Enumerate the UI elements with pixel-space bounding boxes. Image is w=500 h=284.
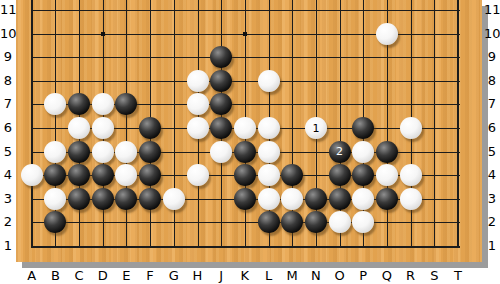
black-stone[interactable] (210, 70, 232, 92)
column-label: J (212, 268, 230, 283)
white-stone[interactable] (400, 188, 422, 210)
black-stone[interactable] (115, 93, 137, 115)
move-number-label: 2 (336, 146, 343, 157)
white-stone[interactable] (352, 188, 374, 210)
white-stone[interactable] (44, 93, 66, 115)
black-stone[interactable] (68, 93, 90, 115)
grid-line-horizontal (32, 81, 460, 82)
column-label: G (165, 268, 183, 283)
black-stone[interactable] (329, 188, 351, 210)
row-label-left: 9 (0, 49, 16, 65)
row-label-right: 8 (484, 73, 500, 89)
white-stone[interactable] (163, 188, 185, 210)
white-stone[interactable] (115, 141, 137, 163)
row-label-right: 3 (484, 191, 500, 207)
black-stone[interactable] (352, 117, 374, 139)
black-stone[interactable] (68, 188, 90, 210)
column-label: F (141, 268, 159, 283)
white-stone[interactable] (187, 93, 209, 115)
white-stone[interactable] (258, 117, 280, 139)
white-stone[interactable] (92, 141, 114, 163)
white-stone[interactable] (258, 188, 280, 210)
grid-line-vertical (174, 0, 175, 248)
grid-line-vertical (31, 0, 33, 248)
grid-line-horizontal (32, 57, 460, 58)
column-label: H (189, 268, 207, 283)
row-label-right: 1 (484, 238, 500, 254)
black-stone[interactable] (115, 188, 137, 210)
column-label: N (307, 268, 325, 283)
white-stone[interactable] (92, 93, 114, 115)
column-label: R (402, 268, 420, 283)
black-stone[interactable] (44, 211, 66, 233)
black-stone[interactable] (234, 141, 256, 163)
white-stone[interactable] (234, 117, 256, 139)
black-stone[interactable] (352, 164, 374, 186)
white-stone[interactable] (258, 164, 280, 186)
white-stone[interactable] (115, 164, 137, 186)
black-stone[interactable] (68, 164, 90, 186)
column-label: P (354, 268, 372, 283)
row-label-right: 9 (484, 49, 500, 65)
white-stone[interactable] (376, 164, 398, 186)
row-label-left: 7 (0, 96, 16, 112)
row-label-left: 2 (0, 214, 16, 230)
white-stone[interactable] (258, 141, 280, 163)
black-stone[interactable] (305, 188, 327, 210)
row-label-right: 11 (484, 2, 500, 18)
column-label: K (236, 268, 254, 283)
column-label: Q (378, 268, 396, 283)
row-label-left: 5 (0, 144, 16, 160)
column-label: S (425, 268, 443, 283)
go-board[interactable]: 12 (16, 0, 482, 262)
black-stone[interactable] (376, 141, 398, 163)
black-stone[interactable] (210, 93, 232, 115)
go-diagram-screen: 12 1110987654321 1110987654321 ABCDEFGHJ… (0, 0, 500, 284)
black-stone[interactable] (139, 117, 161, 139)
white-stone[interactable] (400, 164, 422, 186)
row-label-right: 5 (484, 144, 500, 160)
row-label-left: 3 (0, 191, 16, 207)
grid-line-vertical (434, 0, 435, 248)
black-stone[interactable] (92, 188, 114, 210)
white-stone[interactable] (68, 117, 90, 139)
grid-line-horizontal (32, 222, 460, 223)
row-label-right: 10 (484, 26, 500, 42)
grid-line-horizontal (32, 246, 460, 248)
white-stone[interactable] (352, 141, 374, 163)
white-stone[interactable] (210, 141, 232, 163)
star-point (243, 32, 247, 36)
white-stone[interactable] (187, 164, 209, 186)
row-label-left: 8 (0, 73, 16, 89)
black-stone[interactable] (210, 117, 232, 139)
black-stone[interactable]: 2 (329, 141, 351, 163)
black-stone[interactable] (234, 188, 256, 210)
star-point (101, 32, 105, 36)
black-stone[interactable] (281, 211, 303, 233)
black-stone[interactable] (376, 188, 398, 210)
black-stone[interactable] (44, 164, 66, 186)
column-label: T (449, 268, 467, 283)
row-label-left: 1 (0, 238, 16, 254)
white-stone[interactable] (400, 117, 422, 139)
row-label-left: 10 (0, 26, 16, 42)
grid-line-horizontal (32, 10, 460, 11)
white-stone[interactable] (258, 70, 280, 92)
white-stone[interactable] (44, 141, 66, 163)
grid-line-vertical (457, 0, 459, 248)
white-stone[interactable] (21, 164, 43, 186)
column-label: O (331, 268, 349, 283)
column-label: B (46, 268, 64, 283)
column-label: L (260, 268, 278, 283)
column-label: E (117, 268, 135, 283)
black-stone[interactable] (234, 164, 256, 186)
row-label-right: 4 (484, 167, 500, 183)
white-stone[interactable] (92, 117, 114, 139)
black-stone[interactable] (305, 211, 327, 233)
black-stone[interactable] (92, 164, 114, 186)
white-stone[interactable] (329, 211, 351, 233)
white-stone[interactable] (281, 188, 303, 210)
white-stone[interactable] (44, 188, 66, 210)
white-stone[interactable] (187, 117, 209, 139)
grid-line-vertical (126, 0, 127, 248)
white-stone[interactable]: 1 (305, 117, 327, 139)
white-stone[interactable] (187, 70, 209, 92)
row-label-left: 4 (0, 167, 16, 183)
black-stone[interactable] (210, 46, 232, 68)
column-label: M (283, 268, 301, 283)
black-stone[interactable] (139, 164, 161, 186)
row-label-left: 11 (0, 2, 16, 18)
white-stone[interactable] (352, 211, 374, 233)
black-stone[interactable] (139, 188, 161, 210)
row-label-left: 6 (0, 120, 16, 136)
black-stone[interactable] (281, 164, 303, 186)
move-number-label: 1 (312, 123, 319, 134)
black-stone[interactable] (68, 141, 90, 163)
row-label-right: 2 (484, 214, 500, 230)
column-label: D (94, 268, 112, 283)
white-stone[interactable] (376, 23, 398, 45)
black-stone[interactable] (329, 164, 351, 186)
row-label-right: 7 (484, 96, 500, 112)
row-label-right: 6 (484, 120, 500, 136)
column-label: A (23, 268, 41, 283)
black-stone[interactable] (139, 141, 161, 163)
column-label: C (70, 268, 88, 283)
black-stone[interactable] (258, 211, 280, 233)
